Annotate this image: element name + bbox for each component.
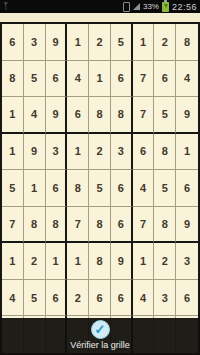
status-right: 33% 22:56 [123, 2, 197, 12]
cell-r8c3[interactable]: 6 [46, 280, 68, 317]
cell-r1c7[interactable]: 1 [133, 24, 155, 61]
cell-r7c7[interactable]: 1 [133, 243, 155, 280]
cell-r4c6[interactable]: 3 [111, 134, 133, 171]
battery-percent: 33% [143, 2, 159, 11]
cell-r7c5[interactable]: 8 [89, 243, 111, 280]
cell-r7c1[interactable]: 1 [2, 243, 24, 280]
cell-r2c5[interactable]: 1 [89, 61, 111, 98]
usb-icon: ᛉ [3, 0, 8, 13]
check-icon: ✓ [95, 323, 106, 336]
cell-r5c7[interactable]: 4 [133, 170, 155, 207]
timer-bar: 00:25 [0, 13, 200, 22]
status-left: ᛉ [3, 0, 8, 13]
cell-r5c6[interactable]: 6 [111, 170, 133, 207]
cell-r3c9[interactable]: 9 [176, 97, 198, 134]
cell-r3c4[interactable]: 6 [67, 97, 89, 134]
cell-r8c4[interactable]: 2 [67, 280, 89, 317]
cell-r7c8[interactable]: 2 [154, 243, 176, 280]
cell-r3c5[interactable]: 8 [89, 97, 111, 134]
cell-r1c5[interactable]: 2 [89, 24, 111, 61]
cell-r6c7[interactable]: 7 [133, 207, 155, 244]
signal-icon [133, 3, 140, 10]
cell-r2c8[interactable]: 6 [154, 61, 176, 98]
vibrate-icon [123, 2, 130, 12]
app-screen: ᛉ 33% 22:56 00:25 6391251288564167641496… [0, 0, 200, 355]
cell-r4c4[interactable]: 1 [67, 134, 89, 171]
cell-r6c5[interactable]: 8 [89, 207, 111, 244]
cell-r4c8[interactable]: 8 [154, 134, 176, 171]
cell-r8c1[interactable]: 4 [2, 280, 24, 317]
bottom-toolbar: ✓ Vérifier la grille [0, 318, 200, 355]
cell-r2c3[interactable]: 6 [46, 61, 68, 98]
status-clock: 22:56 [172, 2, 197, 12]
cell-r7c9[interactable]: 3 [176, 243, 198, 280]
status-bar: ᛉ 33% 22:56 [0, 0, 200, 13]
cell-r5c5[interactable]: 5 [89, 170, 111, 207]
cell-r8c2[interactable]: 5 [24, 280, 46, 317]
cell-r3c7[interactable]: 7 [133, 97, 155, 134]
cell-r2c6[interactable]: 6 [111, 61, 133, 98]
sudoku-grid: 6391251288564167641496887591931236815168… [0, 22, 200, 355]
cell-r8c7[interactable]: 4 [133, 280, 155, 317]
cell-r8c8[interactable]: 3 [154, 280, 176, 317]
cell-r6c2[interactable]: 8 [24, 207, 46, 244]
cell-r7c2[interactable]: 2 [24, 243, 46, 280]
cell-r2c2[interactable]: 5 [24, 61, 46, 98]
cell-r7c4[interactable]: 1 [67, 243, 89, 280]
cell-r4c9[interactable]: 1 [176, 134, 198, 171]
cell-r7c6[interactable]: 9 [111, 243, 133, 280]
cell-r4c1[interactable]: 1 [2, 134, 24, 171]
check-grid-button[interactable]: ✓ [91, 320, 110, 339]
battery-icon [162, 2, 169, 12]
cell-r3c3[interactable]: 9 [46, 97, 68, 134]
cell-r3c1[interactable]: 1 [2, 97, 24, 134]
cell-r1c6[interactable]: 5 [111, 24, 133, 61]
cell-r1c2[interactable]: 3 [24, 24, 46, 61]
cell-r6c6[interactable]: 6 [111, 207, 133, 244]
cell-r2c1[interactable]: 8 [2, 61, 24, 98]
cell-r6c8[interactable]: 8 [154, 207, 176, 244]
cell-r1c3[interactable]: 9 [46, 24, 68, 61]
cell-r6c4[interactable]: 7 [67, 207, 89, 244]
cell-r2c9[interactable]: 4 [176, 61, 198, 98]
cell-r4c3[interactable]: 3 [46, 134, 68, 171]
cell-r1c8[interactable]: 2 [154, 24, 176, 61]
cell-r8c5[interactable]: 6 [89, 280, 111, 317]
cell-r3c6[interactable]: 8 [111, 97, 133, 134]
cell-r1c1[interactable]: 6 [2, 24, 24, 61]
cell-r4c7[interactable]: 6 [133, 134, 155, 171]
cell-r8c9[interactable]: 6 [176, 280, 198, 317]
check-grid-label: Vérifier la grille [70, 340, 130, 350]
cell-r5c9[interactable]: 6 [176, 170, 198, 207]
cell-r6c1[interactable]: 7 [2, 207, 24, 244]
cell-r3c8[interactable]: 5 [154, 97, 176, 134]
cell-r2c7[interactable]: 7 [133, 61, 155, 98]
cell-r4c2[interactable]: 9 [24, 134, 46, 171]
cell-r6c3[interactable]: 8 [46, 207, 68, 244]
cell-r5c8[interactable]: 5 [154, 170, 176, 207]
cell-r6c9[interactable]: 9 [176, 207, 198, 244]
cell-r1c9[interactable]: 8 [176, 24, 198, 61]
cell-r7c3[interactable]: 1 [46, 243, 68, 280]
cell-r5c1[interactable]: 5 [2, 170, 24, 207]
cell-r3c2[interactable]: 4 [24, 97, 46, 134]
cell-r5c2[interactable]: 1 [24, 170, 46, 207]
cell-r2c4[interactable]: 4 [67, 61, 89, 98]
cell-r8c6[interactable]: 6 [111, 280, 133, 317]
cell-r4c5[interactable]: 2 [89, 134, 111, 171]
cell-r1c4[interactable]: 1 [67, 24, 89, 61]
cell-r5c4[interactable]: 8 [67, 170, 89, 207]
cell-r5c3[interactable]: 6 [46, 170, 68, 207]
